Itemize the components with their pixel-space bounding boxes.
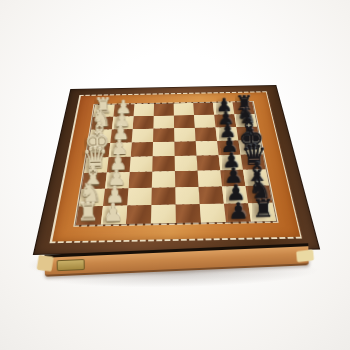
chess-set-photo: ♜♟♟♜♞♟♟♞♝♟♟♝♚♟♟♚♛♟♟♛♝♟♟♝♞♟♟♞♜♟♟♜ [0,0,350,350]
board-frame: ♜♟♟♜♞♟♟♞♝♟♟♝♚♟♟♚♛♟♟♛♝♟♟♝♞♟♟♞♜♟♟♜ [33,85,320,255]
black-rook[interactable]: ♜ [252,196,275,221]
square-b4[interactable] [151,187,175,205]
square-h6[interactable] [193,103,214,115]
inner-inlay-strip: ♜♟♟♜♞♟♟♞♝♟♟♝♚♟♟♚♛♟♟♛♝♟♟♝♞♟♟♞♜♟♟♜ [73,101,278,227]
square-a7[interactable]: ♟ [224,203,251,222]
square-e4[interactable] [153,142,175,157]
square-b5[interactable] [175,187,200,205]
square-d5[interactable] [175,156,198,172]
brass-clasp-icon [57,259,85,271]
square-f5[interactable] [174,128,196,142]
square-b6[interactable] [199,186,224,204]
square-e3[interactable] [131,142,153,157]
square-f4[interactable] [153,128,174,142]
board-scene: ♜♟♟♜♞♟♟♞♝♟♟♝♚♟♟♚♛♟♟♛♝♟♟♝♞♟♟♞♜♟♟♜ [52,34,297,279]
square-a2[interactable]: ♟ [101,205,127,224]
square-c3[interactable] [128,172,152,189]
square-a1[interactable]: ♜ [76,206,103,225]
outer-inlay-strip: ♜♟♟♜♞♟♟♞♝♟♟♝♚♟♟♚♛♟♟♛♝♟♟♝♞♟♟♞♜♟♟♜ [49,91,303,243]
square-g6[interactable] [194,115,216,128]
square-h5[interactable] [174,103,194,115]
square-a5[interactable] [176,204,201,223]
square-c5[interactable] [175,171,199,188]
black-pawn[interactable]: ♟ [228,199,249,222]
square-e6[interactable] [196,141,219,156]
box-corner-left [37,255,54,272]
square-a3[interactable] [126,205,152,224]
square-g4[interactable] [153,116,174,129]
square-d6[interactable] [197,155,221,171]
square-h3[interactable] [134,104,154,116]
square-h4[interactable] [154,103,174,115]
square-a8[interactable]: ♜ [248,203,276,222]
chessboard-grid: ♜♟♟♜♞♟♟♞♝♟♟♝♚♟♟♚♛♟♟♛♝♟♟♝♞♟♟♞♜♟♟♜ [76,102,276,225]
square-g3[interactable] [133,116,154,129]
square-c6[interactable] [198,170,222,187]
amber-border: ♜♟♟♜♞♟♟♞♝♟♟♝♚♟♟♚♛♟♟♛♝♟♟♝♞♟♟♞♜♟♟♜ [52,92,300,241]
square-d3[interactable] [130,156,153,172]
square-e5[interactable] [174,141,196,156]
box-corner-right [296,249,314,262]
white-pawn[interactable]: ♟ [103,201,124,224]
white-rook[interactable]: ♜ [77,199,100,224]
square-c4[interactable] [152,171,175,188]
square-f6[interactable] [195,127,217,141]
square-d4[interactable] [152,156,175,172]
square-g5[interactable] [174,115,195,128]
square-f3[interactable] [132,129,154,143]
square-a4[interactable] [151,205,176,224]
square-a6[interactable] [200,204,226,223]
square-b3[interactable] [127,188,152,206]
